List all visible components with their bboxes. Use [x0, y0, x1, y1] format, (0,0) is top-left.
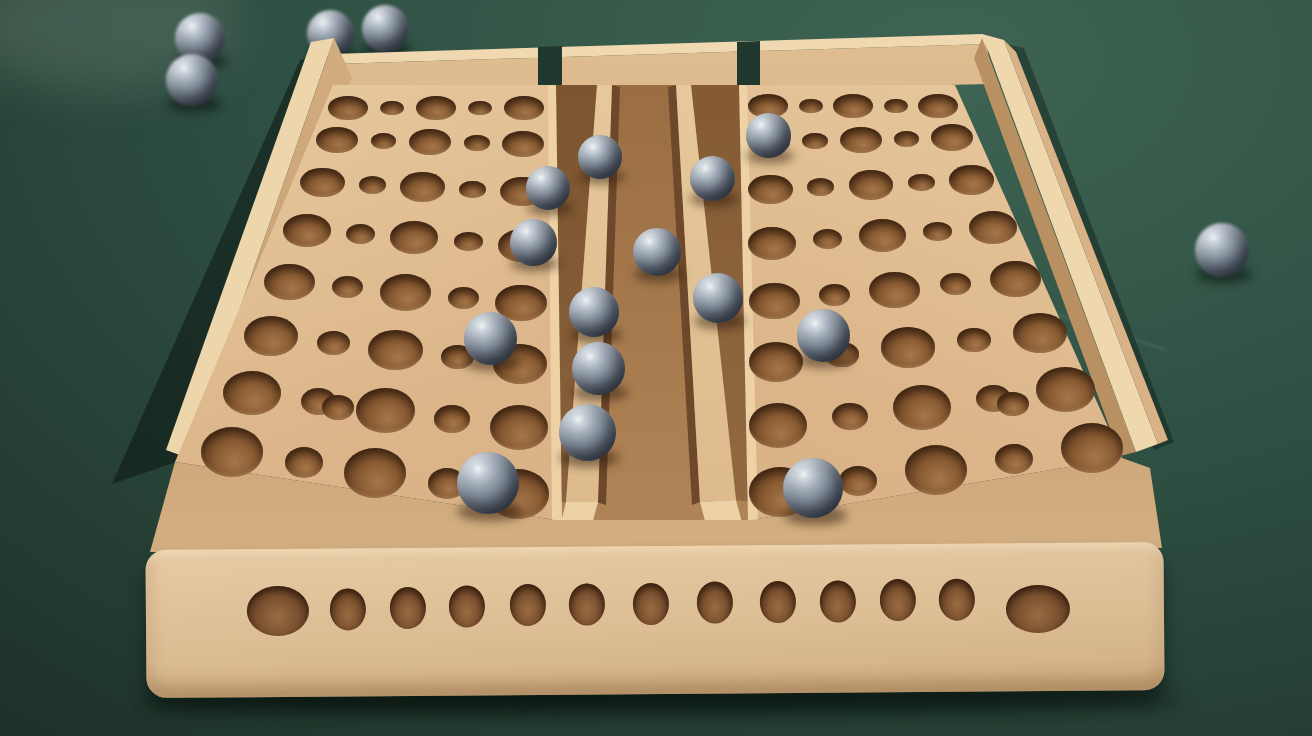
steel-ball[interactable]	[457, 452, 519, 514]
divot-hole	[969, 211, 1017, 244]
divot-hole	[832, 403, 868, 430]
steel-ball[interactable]	[783, 458, 843, 518]
divot-hole	[840, 127, 882, 154]
steel-ball[interactable]	[633, 228, 681, 276]
tray-hole-small	[330, 588, 366, 630]
divot-hole	[368, 330, 423, 370]
divot-hole	[223, 371, 281, 416]
tray-hole-large	[247, 586, 309, 636]
divot-hole	[264, 264, 315, 300]
steel-ball[interactable]	[746, 113, 791, 158]
divot-hole	[995, 444, 1033, 474]
tray-hole-small	[569, 583, 605, 625]
divot-hole	[918, 94, 958, 119]
divot-hole	[332, 276, 363, 298]
divot-hole	[894, 131, 919, 147]
divot-hole	[799, 99, 823, 114]
divot-hole	[749, 342, 804, 382]
divot-hole	[839, 466, 877, 496]
steel-ball[interactable]	[362, 5, 409, 52]
photo-scene	[0, 0, 1312, 736]
steel-ball[interactable]	[578, 135, 622, 179]
divot-hole	[380, 274, 431, 310]
divot-hole	[833, 94, 873, 119]
divot-hole	[748, 227, 796, 260]
divot-hole	[448, 287, 479, 309]
divot-hole	[283, 214, 331, 247]
divot-hole	[504, 96, 544, 121]
divot-hole	[359, 176, 386, 194]
divot-hole	[285, 447, 323, 477]
divot-hole	[454, 232, 483, 252]
divot-hole	[1061, 423, 1123, 473]
divot-hole	[905, 445, 967, 495]
divot-hole	[356, 388, 414, 433]
steel-ball[interactable]	[572, 342, 625, 395]
divot-hole	[1036, 367, 1094, 412]
steel-ball[interactable]	[559, 404, 616, 461]
divot-hole	[893, 385, 951, 430]
divot-hole	[1013, 313, 1068, 353]
divot-hole	[990, 261, 1041, 297]
steel-ball[interactable]	[510, 219, 557, 266]
tray-hole-small	[760, 581, 796, 623]
divot-hole	[749, 403, 807, 448]
steel-ball[interactable]	[464, 312, 517, 365]
steel-ball[interactable]	[569, 287, 619, 337]
divot-hole	[849, 170, 894, 200]
tray-hole-large	[1006, 585, 1070, 634]
ball-tray	[145, 542, 1164, 698]
tray-hole-small	[880, 579, 916, 621]
steel-ball[interactable]	[1195, 223, 1249, 277]
divot-hole	[749, 283, 800, 319]
tray-hole-small	[510, 584, 546, 626]
divot-hole	[464, 135, 489, 151]
divot-hole	[328, 96, 368, 121]
divot-hole	[434, 405, 470, 432]
divot-hole	[957, 328, 990, 353]
divot-hole	[490, 405, 548, 450]
steel-ball[interactable]	[526, 166, 570, 210]
divot-hole	[859, 219, 907, 252]
tray-hole-small	[697, 581, 733, 623]
tray-hole-small	[390, 587, 426, 629]
divot-hole	[400, 172, 445, 202]
steel-ball[interactable]	[693, 273, 743, 323]
divot-hole	[949, 165, 994, 195]
steel-ball[interactable]	[690, 156, 735, 201]
divot-hole	[346, 224, 375, 244]
steel-ball[interactable]	[166, 54, 218, 106]
divot-hole	[416, 96, 456, 121]
divot-hole	[802, 133, 827, 149]
divot-hole	[322, 395, 354, 420]
tray-hole-small	[820, 580, 856, 622]
divot-hole	[201, 427, 263, 477]
divot-hole	[344, 448, 406, 498]
divot-hole	[908, 174, 935, 192]
divot-hole	[884, 99, 908, 114]
steel-ball[interactable]	[797, 309, 850, 362]
tray-hole-small	[633, 583, 669, 625]
tray-hole-small	[449, 585, 485, 627]
divot-hole	[881, 327, 936, 367]
tray-hole-small	[939, 578, 975, 620]
